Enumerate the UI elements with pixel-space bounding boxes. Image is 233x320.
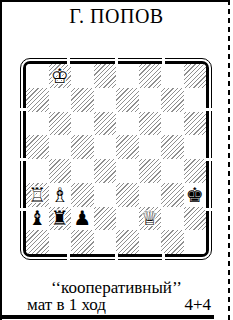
square-g8 <box>161 64 184 88</box>
square-b4 <box>49 159 72 183</box>
square-g1 <box>161 230 184 254</box>
frame-notch <box>19 158 27 161</box>
square-h7 <box>184 88 207 112</box>
top-rule <box>0 0 228 2</box>
square-g5 <box>161 135 184 159</box>
square-g7 <box>161 88 184 112</box>
square-b7 <box>49 88 72 112</box>
square-a8 <box>26 64 49 88</box>
square-c2: ♟ <box>71 207 94 231</box>
square-e6 <box>116 112 139 136</box>
frame-notch <box>67 57 70 65</box>
frame-notch <box>19 108 27 111</box>
square-d8 <box>94 64 117 88</box>
left-rule <box>0 0 2 320</box>
frame-notch <box>115 57 118 65</box>
piece-black-bishop: ♝ <box>28 208 46 228</box>
frame-notch <box>205 158 213 161</box>
square-c1 <box>71 230 94 254</box>
page-cut-dashed-line <box>228 0 230 320</box>
frame-notch <box>115 253 118 261</box>
square-h2 <box>184 207 207 231</box>
square-d6 <box>94 112 117 136</box>
piece-white-bishop: ♗ <box>51 185 69 205</box>
chess-board: ♔♖♗♚♝♜♟♕ <box>20 58 212 260</box>
piece-black-king: ♚ <box>186 185 204 205</box>
square-h6 <box>184 112 207 136</box>
square-d3 <box>94 183 117 207</box>
frame-notch <box>205 108 213 111</box>
stipulation-text: мат в 1 ход <box>27 296 106 313</box>
bottom-rule <box>0 315 214 319</box>
scanned-page: Г. ПОПОВ ♔♖♗♚♝♜♟♕ ‘‘кооперативный’’ мат … <box>0 0 233 320</box>
square-h4 <box>184 159 207 183</box>
square-f5 <box>139 135 162 159</box>
piece-white-rook: ♖ <box>28 185 46 205</box>
square-e1 <box>116 230 139 254</box>
square-f4 <box>139 159 162 183</box>
frame-notch <box>162 253 165 261</box>
stipulation-quote: ‘‘кооперативный’’ <box>0 279 233 296</box>
square-f3 <box>139 183 162 207</box>
square-a4 <box>26 159 49 183</box>
stipulation-row: мат в 1 ход 4+4 <box>0 296 233 313</box>
square-h1 <box>184 230 207 254</box>
frame-notch <box>162 57 165 65</box>
square-a5 <box>26 135 49 159</box>
square-b1 <box>49 230 72 254</box>
square-c4 <box>71 159 94 183</box>
square-h5 <box>184 135 207 159</box>
frame-notch <box>19 208 27 211</box>
piece-black-pawn: ♟ <box>73 208 91 228</box>
square-c3 <box>71 183 94 207</box>
board-frame-border: ♔♖♗♚♝♜♟♕ <box>23 61 209 257</box>
square-e5 <box>116 135 139 159</box>
square-f2: ♕ <box>139 207 162 231</box>
square-c6 <box>71 112 94 136</box>
piece-white-queen: ♕ <box>141 208 159 228</box>
square-c8 <box>71 64 94 88</box>
square-e4 <box>116 159 139 183</box>
square-f7 <box>139 88 162 112</box>
square-d1 <box>94 230 117 254</box>
square-b5 <box>49 135 72 159</box>
square-b2: ♜ <box>49 207 72 231</box>
board-grid: ♔♖♗♚♝♜♟♕ <box>26 64 206 254</box>
square-g3 <box>161 183 184 207</box>
composer-name: Г. ПОПОВ <box>0 5 233 28</box>
square-h8 <box>184 64 207 88</box>
square-g6 <box>161 112 184 136</box>
square-b8: ♔ <box>49 64 72 88</box>
piece-white-king: ♔ <box>51 66 69 86</box>
square-d4 <box>94 159 117 183</box>
square-d7 <box>94 88 117 112</box>
square-c5 <box>71 135 94 159</box>
square-b6 <box>49 112 72 136</box>
frame-notch <box>205 208 213 211</box>
square-g2 <box>161 207 184 231</box>
square-d2 <box>94 207 117 231</box>
square-a3: ♖ <box>26 183 49 207</box>
square-f1 <box>139 230 162 254</box>
square-a1 <box>26 230 49 254</box>
caption: ‘‘кооперативный’’ мат в 1 ход 4+4 <box>0 279 233 313</box>
square-h3: ♚ <box>184 183 207 207</box>
square-e8 <box>116 64 139 88</box>
piece-count: 4+4 <box>184 296 211 313</box>
square-f6 <box>139 112 162 136</box>
square-e7 <box>116 88 139 112</box>
square-a7 <box>26 88 49 112</box>
square-a6 <box>26 112 49 136</box>
frame-notch <box>67 253 70 261</box>
piece-black-rook: ♜ <box>51 208 69 228</box>
square-f8 <box>139 64 162 88</box>
square-d5 <box>94 135 117 159</box>
square-g4 <box>161 159 184 183</box>
square-e3 <box>116 183 139 207</box>
square-e2 <box>116 207 139 231</box>
square-b3: ♗ <box>49 183 72 207</box>
square-c7 <box>71 88 94 112</box>
square-a2: ♝ <box>26 207 49 231</box>
